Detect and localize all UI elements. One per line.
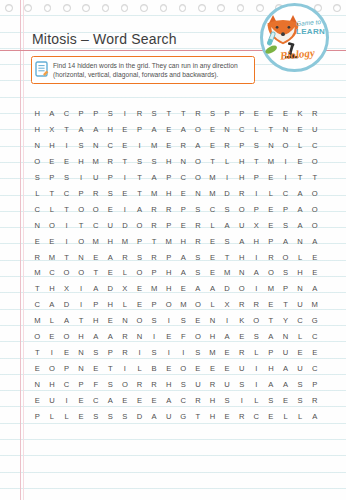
grid-cell: E [132, 392, 147, 408]
grid-cell: R [118, 329, 133, 345]
grid-cell: O [30, 329, 45, 345]
grid-cell: I [249, 281, 264, 297]
grid-cell: C [307, 138, 322, 154]
grid-cell: A [293, 185, 308, 201]
grid-cell: H [74, 329, 89, 345]
grid-cell: N [293, 233, 308, 249]
grid-cell: S [293, 376, 308, 392]
grid-cell: P [132, 233, 147, 249]
grid-cell: T [293, 170, 308, 186]
grid-cell: C [30, 201, 45, 217]
binder-hole [333, 4, 341, 12]
grid-cell: N [278, 329, 293, 345]
grid-cell: E [118, 185, 133, 201]
grid-cell: A [103, 249, 118, 265]
grid-cell: L [30, 185, 45, 201]
margin-line-inner [23, 0, 24, 500]
grid-cell: E [176, 281, 191, 297]
grid-cell: E [161, 138, 176, 154]
grid-cell: M [176, 297, 191, 313]
grid-cell: P [249, 170, 264, 186]
grid-cell: N [30, 138, 45, 154]
grid-cell: A [176, 122, 191, 138]
binder-hole [237, 4, 245, 12]
grid-cell: H [205, 408, 220, 424]
grid-cell: R [132, 376, 147, 392]
grid-cell: A [74, 122, 89, 138]
grid-cell: P [59, 360, 74, 376]
grid-cell: E [264, 408, 279, 424]
grid-cell: M [30, 265, 45, 281]
grid-cell: L [293, 249, 308, 265]
logo-tagline-script: Game to [296, 18, 321, 27]
grid-cell: E [118, 122, 133, 138]
grid-cell: E [30, 233, 45, 249]
grid-cell: M [147, 281, 162, 297]
binder-hole [217, 4, 225, 12]
grid-cell: I [161, 313, 176, 329]
grid-cell: U [191, 376, 206, 392]
grid-cell: P [220, 106, 235, 122]
grid-cell: P [147, 265, 162, 281]
grid-cell: R [30, 249, 45, 265]
grid-cell: H [205, 392, 220, 408]
grid-cell: S [103, 185, 118, 201]
grid-cell: O [45, 360, 60, 376]
grid-cell: R [205, 376, 220, 392]
instruction-box: Find 14 hidden words in the grid. They c… [31, 56, 255, 84]
grid-cell: T [205, 154, 220, 170]
grid-cell: H [45, 281, 60, 297]
grid-cell: S [147, 344, 162, 360]
grid-cell: N [220, 122, 235, 138]
grid-cell: E [278, 106, 293, 122]
grid-cell: T [74, 313, 89, 329]
grid-cell: P [132, 122, 147, 138]
grid-cell: M [45, 249, 60, 265]
grid-cell: T [191, 408, 206, 424]
grid-cell: N [191, 185, 206, 201]
grid-cell: E [45, 233, 60, 249]
grid-cell: E [205, 249, 220, 265]
grid-cell: S [74, 138, 89, 154]
grid-cell: M [147, 185, 162, 201]
grid-cell: I [249, 185, 264, 201]
grid-cell: A [220, 329, 235, 345]
grid-cell: R [191, 217, 206, 233]
grid-cell: A [191, 138, 206, 154]
grid-cell: T [307, 170, 322, 186]
grid-cell: O [132, 217, 147, 233]
grid-cell: M [30, 313, 45, 329]
grid-cell: T [132, 185, 147, 201]
grid-cell: C [234, 122, 249, 138]
grid-cell: E [30, 392, 45, 408]
grid-cell: E [249, 106, 264, 122]
grid-cell: U [161, 408, 176, 424]
grid-cell: S [176, 313, 191, 329]
grid-cell: R [161, 201, 176, 217]
grid-cell: A [59, 313, 74, 329]
grid-cell: A [307, 408, 322, 424]
grid-cell: N [30, 376, 45, 392]
grid-cell: I [278, 154, 293, 170]
grid-cell: C [45, 265, 60, 281]
grid-cell: U [234, 217, 249, 233]
grid-cell: H [234, 154, 249, 170]
grid-cell: I [59, 233, 74, 249]
grid-cell: H [45, 138, 60, 154]
grid-cell: L [220, 154, 235, 170]
grid-cell: N [118, 313, 133, 329]
grid-cell: A [45, 106, 60, 122]
grid-cell: E [118, 392, 133, 408]
grid-cell: E [59, 344, 74, 360]
grid-cell: A [220, 217, 235, 233]
grid-cell: T [59, 201, 74, 217]
grid-cell: O [132, 313, 147, 329]
grid-cell: E [220, 344, 235, 360]
grid-cell: P [249, 201, 264, 217]
grid-cell: B [147, 360, 162, 376]
grid-cell: S [103, 106, 118, 122]
grid-cell: R [88, 185, 103, 201]
grid-cell: I [249, 360, 264, 376]
grid-cell: M [88, 154, 103, 170]
grid-cell: U [88, 170, 103, 186]
grid-cell: R [191, 106, 206, 122]
grid-cell: E [205, 122, 220, 138]
grid-cell: N [176, 154, 191, 170]
grid-cell: I [220, 313, 235, 329]
grid-cell: R [147, 201, 162, 217]
grid-cell: E [205, 360, 220, 376]
grid-cell: S [132, 249, 147, 265]
grid-cell: U [307, 122, 322, 138]
grid-cell: O [307, 201, 322, 217]
grid-cell: A [264, 376, 279, 392]
grid-cell: T [88, 265, 103, 281]
grid-cell: E [234, 329, 249, 345]
grid-cell: E [264, 106, 279, 122]
grid-cell: N [74, 360, 89, 376]
grid-cell: P [161, 170, 176, 186]
grid-cell: R [307, 392, 322, 408]
grid-cell: P [88, 297, 103, 313]
grid-cell: X [220, 297, 235, 313]
page-title: Mitosis – Word Search [32, 31, 177, 47]
grid-cell: R [234, 297, 249, 313]
grid-cell: I [132, 344, 147, 360]
grid-cell: C [59, 185, 74, 201]
grid-cell: L [293, 329, 308, 345]
grid-cell: E [293, 344, 308, 360]
grid-cell: X [118, 281, 133, 297]
grid-cell: H [205, 329, 220, 345]
grid-cell: I [118, 106, 133, 122]
grid-cell: C [88, 217, 103, 233]
grid-cell: O [191, 297, 206, 313]
grid-cell: E [264, 297, 279, 313]
binder-hole [82, 4, 90, 12]
binder-hole [140, 4, 148, 12]
grid-cell: E [132, 297, 147, 313]
grid-cell: H [161, 265, 176, 281]
grid-cell: E [220, 408, 235, 424]
grid-cell: P [74, 185, 89, 201]
grid-cell: M [264, 281, 279, 297]
grid-cell: I [147, 329, 162, 345]
grid-cell: H [88, 313, 103, 329]
grid-cell: K [293, 106, 308, 122]
grid-cell: L [264, 185, 279, 201]
grid-cell: N [88, 138, 103, 154]
grid-cell: F [88, 376, 103, 392]
grid-cell: E [103, 201, 118, 217]
grid-cell: T [45, 185, 60, 201]
grid-cell: T [74, 217, 89, 233]
grid-cell: S [278, 265, 293, 281]
grid-cell: R [307, 106, 322, 122]
grid-cell: A [205, 281, 220, 297]
grid-cell: R [264, 249, 279, 265]
grid-cell: L [118, 265, 133, 281]
grid-cell: O [191, 170, 206, 186]
grid-cell: A [176, 249, 191, 265]
grid-cell: A [132, 201, 147, 217]
grid-cell: E [264, 201, 279, 217]
grid-cell: N [293, 281, 308, 297]
grid-cell: R [103, 154, 118, 170]
grid-cell: M [220, 265, 235, 281]
grid-cell: P [103, 170, 118, 186]
grid-cell: S [147, 106, 162, 122]
grid-cell: S [132, 154, 147, 170]
grid-cell: X [249, 217, 264, 233]
grid-cell: L [293, 138, 308, 154]
grid-cell: T [176, 106, 191, 122]
binder-hole [198, 4, 206, 12]
grid-cell: S [59, 170, 74, 186]
grid-cell: D [220, 185, 235, 201]
grid-cell: A [103, 329, 118, 345]
grid-cell: H [103, 297, 118, 313]
grid-cell: I [161, 344, 176, 360]
grid-cell: T [220, 249, 235, 265]
grid-cell: O [191, 154, 206, 170]
grid-cell: O [307, 217, 322, 233]
grid-cell: A [88, 122, 103, 138]
grid-cell: O [30, 154, 45, 170]
grid-cell: P [278, 201, 293, 217]
grid-cell: H [30, 106, 45, 122]
grid-cell: E [191, 313, 206, 329]
grid-cell: A [103, 392, 118, 408]
grid-cell: R [234, 408, 249, 424]
logo-tagline-caps: LEARN [296, 27, 325, 36]
grid-cell: P [264, 233, 279, 249]
grid-cell: S [191, 201, 206, 217]
grid-cell: M [161, 233, 176, 249]
binder-hole [24, 4, 32, 12]
grid-cell: E [307, 344, 322, 360]
grid-cell: S [234, 376, 249, 392]
grid-cell: H [176, 233, 191, 249]
grid-cell: E [45, 154, 60, 170]
grid-cell: M [205, 344, 220, 360]
grid-cell: C [278, 185, 293, 201]
grid-cell: T [118, 154, 133, 170]
grid-cell: S [118, 408, 133, 424]
grid-cell: S [103, 376, 118, 392]
grid-cell: P [161, 249, 176, 265]
margin-line-outer [20, 0, 21, 500]
grid-cell: E [30, 360, 45, 376]
grid-cell: N [30, 217, 45, 233]
grid-cell: C [59, 376, 74, 392]
grid-cell: C [205, 201, 220, 217]
grid-cell: U [293, 297, 308, 313]
grid-cell: E [132, 281, 147, 297]
grid-cell: S [30, 170, 45, 186]
grid-cell: H [234, 170, 249, 186]
grid-cell: I [74, 170, 89, 186]
grid-cell: I [132, 138, 147, 154]
grid-cell: L [249, 344, 264, 360]
grid-cell: I [249, 249, 264, 265]
grid-cell: D [59, 297, 74, 313]
grid-cell: X [59, 281, 74, 297]
grid-cell: M [205, 170, 220, 186]
grid-cell: R [249, 297, 264, 313]
grid-cell: P [88, 106, 103, 122]
grid-cell: P [176, 201, 191, 217]
grid-cell: P [147, 297, 162, 313]
grid-cell: H [161, 154, 176, 170]
grid-cell: R [220, 138, 235, 154]
grid-cell: R [147, 217, 162, 233]
grid-cell: P [103, 344, 118, 360]
grid-cell: P [74, 376, 89, 392]
grid-cell: L [45, 408, 60, 424]
grid-cell: L [293, 408, 308, 424]
grid-cell: C [176, 392, 191, 408]
grid-cell: E [103, 313, 118, 329]
grid-cell: T [161, 106, 176, 122]
grid-cell: D [118, 217, 133, 233]
grid-cell: A [88, 281, 103, 297]
grid-cell: A [307, 281, 322, 297]
grid-cell: U [103, 217, 118, 233]
grid-cell: E [278, 392, 293, 408]
grid-cell: O [161, 297, 176, 313]
grid-cell: H [293, 265, 308, 281]
grid-cell: O [88, 201, 103, 217]
grid-cell: E [147, 392, 162, 408]
grid-cell: E [205, 233, 220, 249]
grid-cell: T [147, 233, 162, 249]
grid-cell: I [234, 392, 249, 408]
grid-cell: S [220, 392, 235, 408]
grid-cell: D [103, 281, 118, 297]
grid-cell: P [234, 106, 249, 122]
grid-cell: L [45, 201, 60, 217]
grid-cell: M [205, 185, 220, 201]
grid-cell: S [249, 138, 264, 154]
instruction-text: Find 14 hidden words in the grid. They c… [53, 61, 251, 79]
grid-cell: R [147, 249, 162, 265]
grid-cell: E [176, 185, 191, 201]
grid-cell: P [74, 106, 89, 122]
grid-cell: R [132, 106, 147, 122]
grid-cell: A [293, 201, 308, 217]
grid-cell: C [88, 392, 103, 408]
grid-cell: N [234, 265, 249, 281]
grid-cell: N [132, 329, 147, 345]
grid-cell: T [30, 281, 45, 297]
grid-cell: O [191, 122, 206, 138]
grid-cell: E [161, 360, 176, 376]
grid-cell: I [249, 376, 264, 392]
grid-cell: O [264, 265, 279, 281]
grid-cell: H [264, 360, 279, 376]
binder-hole [121, 4, 129, 12]
binder-hole [102, 4, 110, 12]
grid-cell: I [176, 344, 191, 360]
grid-cell: L [118, 297, 133, 313]
grid-cell: N [74, 249, 89, 265]
grid-cell: L [59, 408, 74, 424]
grid-cell: S [249, 329, 264, 345]
grid-cell: E [191, 360, 206, 376]
grid-cell: A [161, 392, 176, 408]
grid-cell: P [278, 281, 293, 297]
grid-cell: P [264, 344, 279, 360]
wordsearch-grid: HACPPSIRSTTRSPPEEEKRHXTAAHEPAEAOENCLTNEU… [30, 106, 322, 424]
grid-cell: U [45, 392, 60, 408]
grid-cell: M [147, 138, 162, 154]
grid-cell: O [307, 154, 322, 170]
grid-cell: L [205, 217, 220, 233]
grid-cell: P [30, 408, 45, 424]
grid-cell: E [264, 217, 279, 233]
grid-cell: E [45, 329, 60, 345]
grid-cell: S [176, 376, 191, 392]
grid-cell: P [161, 217, 176, 233]
grid-cell: H [249, 233, 264, 249]
grid-cell: O [191, 329, 206, 345]
grid-cell: C [59, 106, 74, 122]
grid-cell: S [147, 154, 162, 170]
grid-cell: L [45, 313, 60, 329]
grid-cell: P [307, 376, 322, 392]
grid-cell: O [59, 329, 74, 345]
grid-cell: R [176, 138, 191, 154]
grid-cell: O [249, 313, 264, 329]
grid-cell: C [103, 138, 118, 154]
grid-cell: A [45, 297, 60, 313]
grid-cell: S [191, 265, 206, 281]
grid-cell: E [307, 265, 322, 281]
grid-cell: O [278, 138, 293, 154]
grid-cell: S [293, 392, 308, 408]
grid-cell: A [147, 408, 162, 424]
grid-cell: F [176, 329, 191, 345]
grid-cell: T [249, 154, 264, 170]
grid-cell: E [118, 138, 133, 154]
grid-cell: S [191, 344, 206, 360]
grid-cell: L [278, 408, 293, 424]
